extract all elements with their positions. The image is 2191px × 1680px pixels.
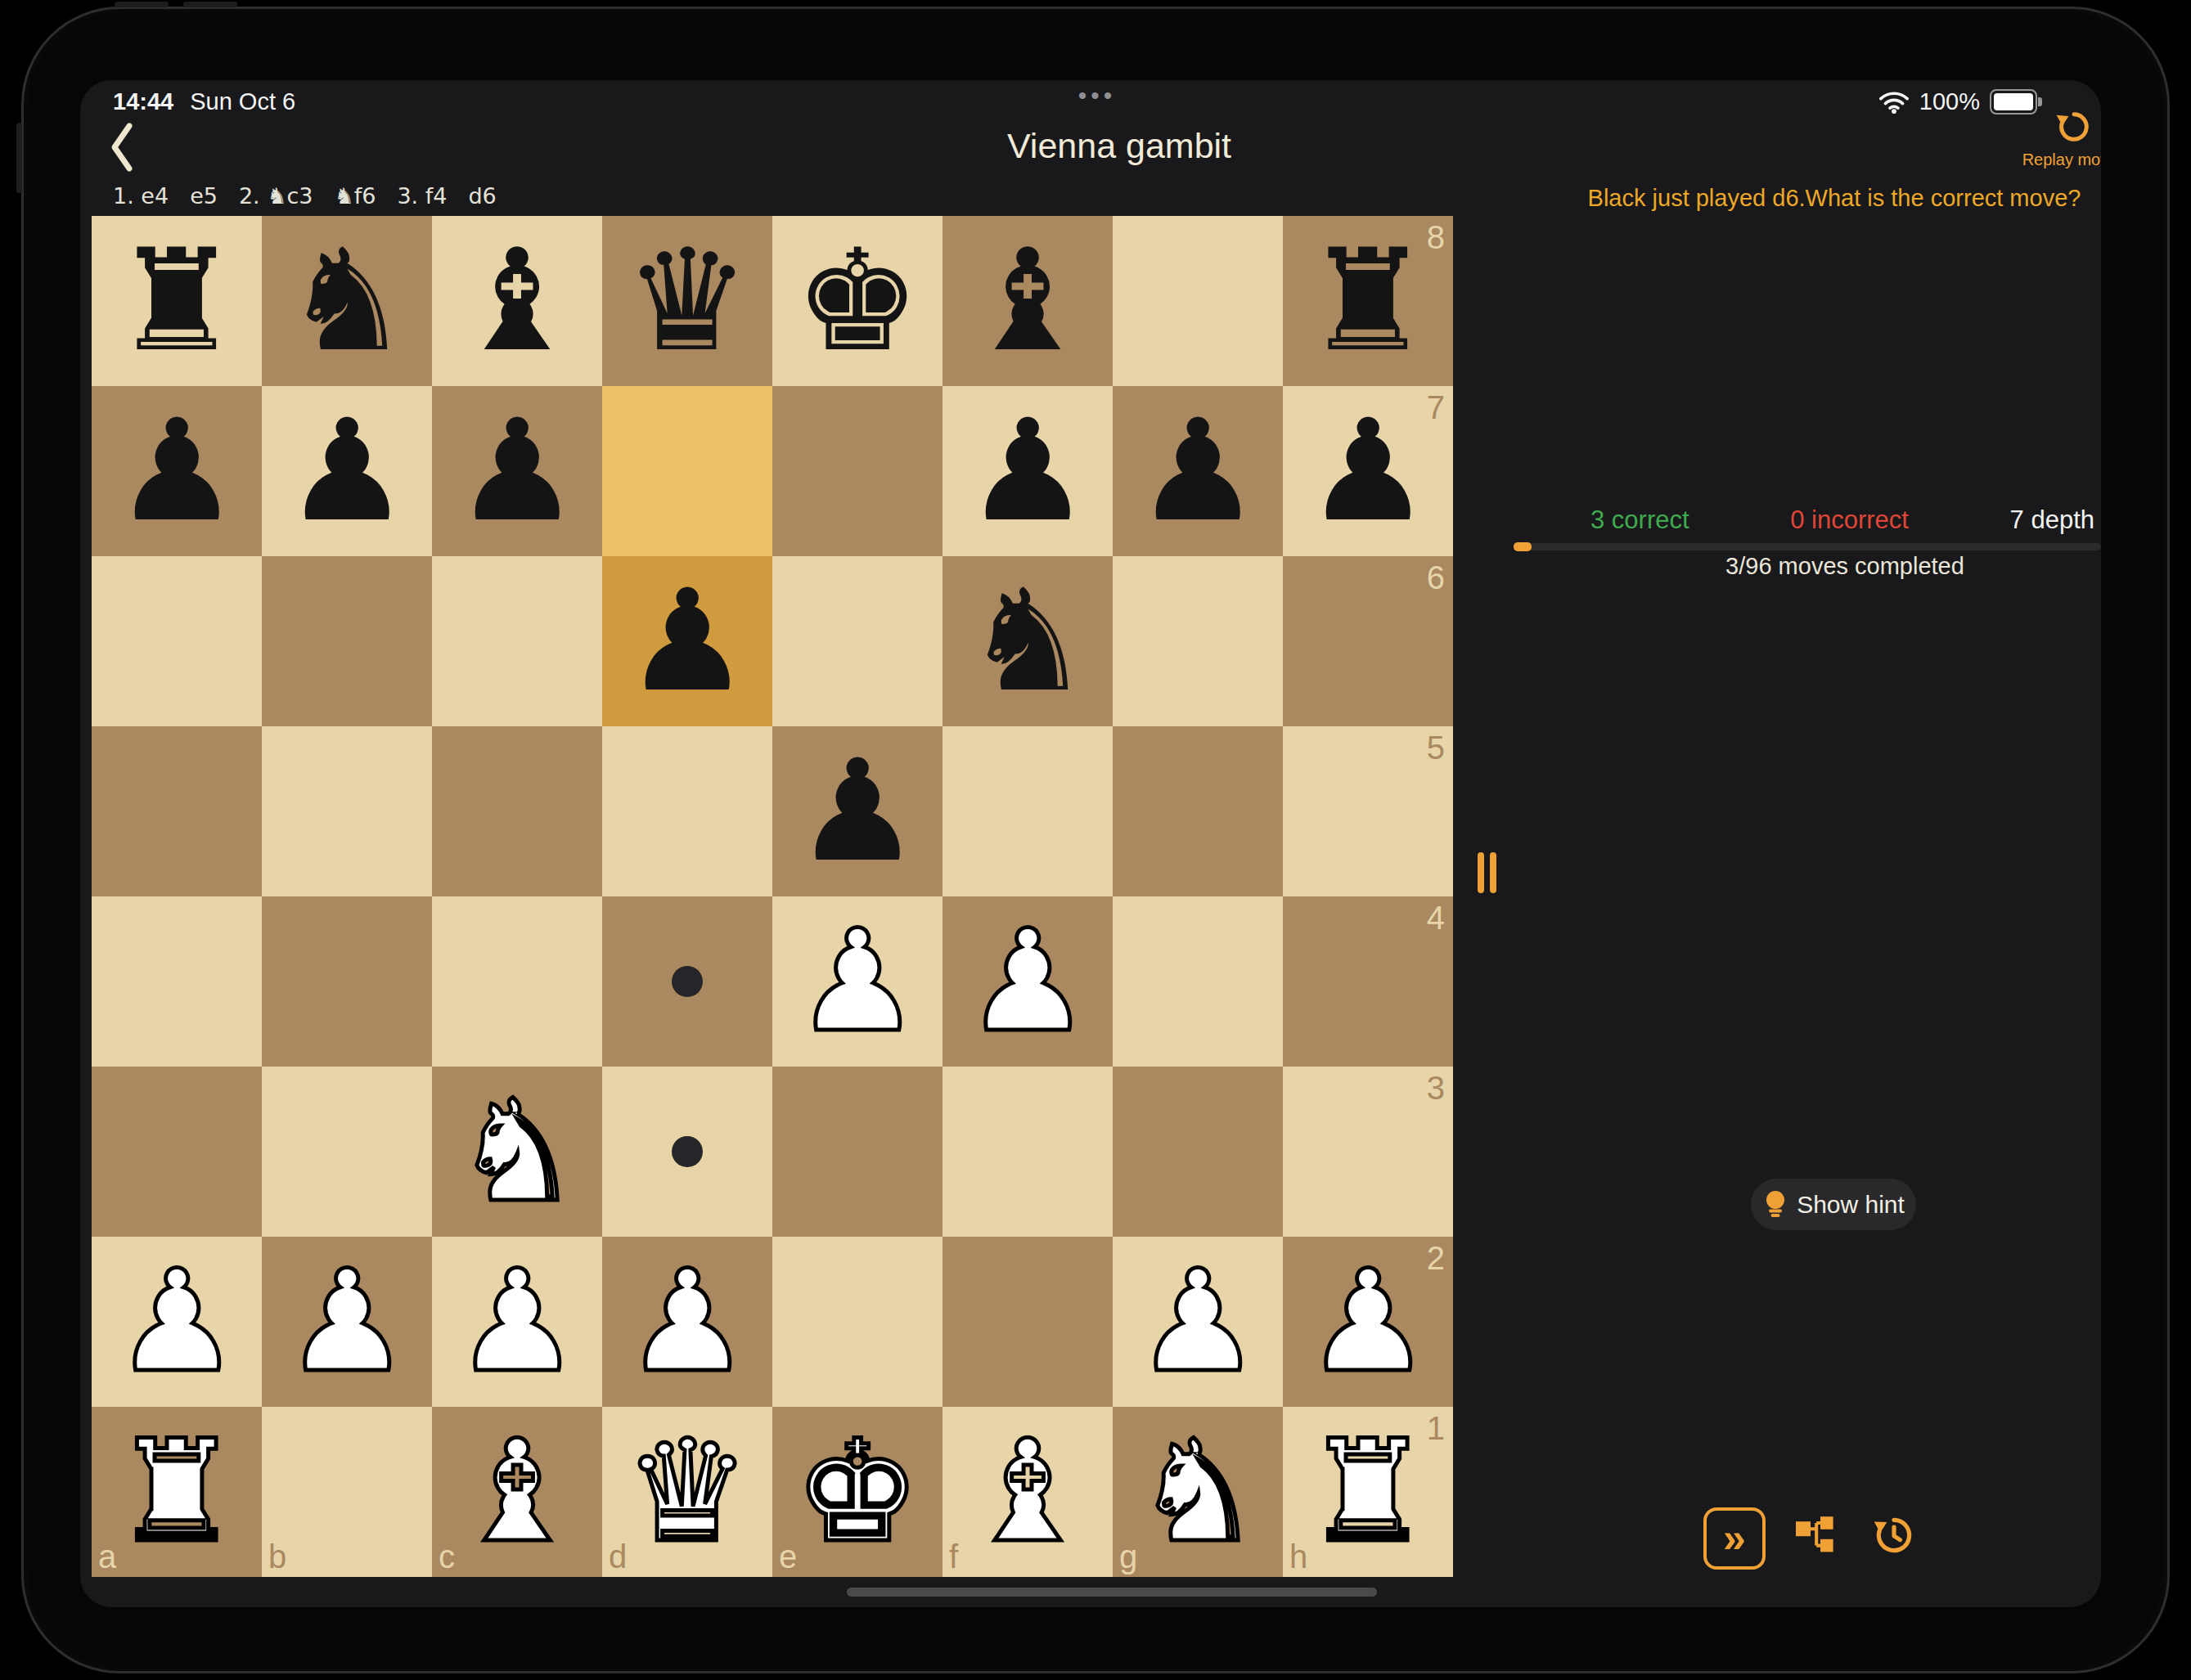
square-f8[interactable]: ♝ <box>943 216 1113 386</box>
multitasking-dots-icon[interactable]: ••• <box>1078 82 1117 110</box>
square-g1[interactable]: g♞ <box>1113 1407 1283 1577</box>
home-indicator[interactable] <box>847 1588 1377 1597</box>
square-h6[interactable]: 6 <box>1283 556 1453 726</box>
square-e7[interactable] <box>772 386 943 556</box>
square-b6[interactable] <box>262 556 432 726</box>
square-c1[interactable]: c♝ <box>432 1407 602 1577</box>
square-g3[interactable] <box>1113 1067 1283 1237</box>
status-bar-left: 14:44 Sun Oct 6 <box>113 88 295 115</box>
square-b5[interactable] <box>262 726 432 896</box>
square-b8[interactable]: ♞ <box>262 216 432 386</box>
square-b3[interactable] <box>262 1067 432 1237</box>
white-pawn: ♟ <box>602 1237 772 1407</box>
square-a7[interactable]: ♟ <box>92 386 262 556</box>
square-c8[interactable]: ♝ <box>432 216 602 386</box>
square-e1[interactable]: e♚ <box>772 1407 943 1577</box>
screenshot-stage: 14:44 Sun Oct 6 ••• 100% Vienna gambit <box>0 0 2191 1680</box>
trainer-question: Black just played d6.What is the correct… <box>1588 185 2081 212</box>
white-rook: ♜ <box>92 1407 262 1577</box>
white-queen: ♛ <box>602 1407 772 1577</box>
square-e6[interactable] <box>772 556 943 726</box>
square-h7[interactable]: 7♟ <box>1283 386 1453 556</box>
black-pawn: ♟ <box>943 386 1113 556</box>
volume-up-button <box>115 2 169 7</box>
chevron-left-icon <box>108 121 136 173</box>
square-a6[interactable] <box>92 556 262 726</box>
square-g4[interactable] <box>1113 896 1283 1067</box>
square-f1[interactable]: f♝ <box>943 1407 1113 1577</box>
square-d1[interactable]: d♛ <box>602 1407 772 1577</box>
top-button <box>16 123 22 193</box>
black-rook: ♜ <box>92 216 262 386</box>
history-button[interactable] <box>1872 1514 1916 1560</box>
move-entry: e5 <box>190 183 218 209</box>
move-entry: 3. f4 <box>397 183 447 209</box>
page-title: Vienna gambit <box>1007 126 1231 166</box>
file-label: b <box>268 1539 286 1575</box>
square-a5[interactable] <box>92 726 262 896</box>
back-button[interactable] <box>108 121 136 173</box>
rank-label: 3 <box>1427 1070 1445 1107</box>
stats-row: 3 correct 0 incorrect 7 depth <box>1590 505 2094 535</box>
white-pawn: ♟ <box>943 896 1113 1067</box>
square-a1[interactable]: a♜ <box>92 1407 262 1577</box>
square-d4[interactable] <box>602 896 772 1067</box>
black-pawn: ♟ <box>1283 386 1453 556</box>
black-pawn: ♟ <box>1113 386 1283 556</box>
white-pawn: ♟ <box>1113 1237 1283 1407</box>
replay-label: Replay moves <box>1992 150 2101 169</box>
square-h8[interactable]: 8♜ <box>1283 216 1453 386</box>
legal-move-dot <box>672 966 703 997</box>
square-h2[interactable]: 2♟ <box>1283 1237 1453 1407</box>
white-bishop: ♝ <box>943 1407 1113 1577</box>
move-entry: ♞f6 <box>335 183 376 209</box>
square-f3[interactable] <box>943 1067 1113 1237</box>
move-list: 1. e4e52. ♞c3♞f63. f4d6 <box>113 183 497 209</box>
move-entry: d6 <box>468 183 496 209</box>
move-entry: 1. e4 <box>113 183 169 209</box>
progress-label: 3/96 moves completed <box>1725 553 1964 580</box>
show-hint-button[interactable]: Show hint <box>1751 1179 1916 1230</box>
date: Sun Oct 6 <box>190 88 295 115</box>
square-e5[interactable]: ♟ <box>772 726 943 896</box>
square-a2[interactable]: ♟ <box>92 1237 262 1407</box>
black-knight: ♞ <box>943 556 1113 726</box>
rank-label: 4 <box>1427 900 1445 937</box>
white-pawn: ♟ <box>1283 1237 1453 1407</box>
rank-label: 6 <box>1427 559 1445 596</box>
square-g7[interactable]: ♟ <box>1113 386 1283 556</box>
square-d3[interactable] <box>602 1067 772 1237</box>
square-b4[interactable] <box>262 896 432 1067</box>
white-knight: ♞ <box>432 1067 602 1237</box>
depth-value: 7 depth <box>2010 505 2094 535</box>
white-pawn: ♟ <box>432 1237 602 1407</box>
replay-icon <box>2055 108 2093 146</box>
square-h1[interactable]: 1h♜ <box>1283 1407 1453 1577</box>
white-rook: ♜ <box>1283 1407 1453 1577</box>
square-c3[interactable]: ♞ <box>432 1067 602 1237</box>
black-bishop: ♝ <box>432 216 602 386</box>
square-d5[interactable] <box>602 726 772 896</box>
black-knight: ♞ <box>262 216 432 386</box>
square-a8[interactable]: ♜ <box>92 216 262 386</box>
rank-label: 5 <box>1427 730 1445 766</box>
square-g8[interactable] <box>1113 216 1283 386</box>
square-g2[interactable]: ♟ <box>1113 1237 1283 1407</box>
white-pawn: ♟ <box>92 1237 262 1407</box>
progress-bar <box>1514 543 2101 550</box>
black-bishop: ♝ <box>943 216 1113 386</box>
chess-board: ♜♞♝♛♚♝8♜♟♟♟♟♟7♟♟♞6♟5♟♟4♞3♟♟♟♟♟2♟a♜bc♝d♛e… <box>92 216 1453 1577</box>
pause-icon <box>1478 852 1484 893</box>
square-f2[interactable] <box>943 1237 1113 1407</box>
show-hint-label: Show hint <box>1797 1191 1905 1219</box>
square-f7[interactable]: ♟ <box>943 386 1113 556</box>
fast-forward-button[interactable]: » <box>1703 1507 1766 1570</box>
square-f4[interactable]: ♟ <box>943 896 1113 1067</box>
square-b1[interactable]: b <box>262 1407 432 1577</box>
square-b2[interactable]: ♟ <box>262 1237 432 1407</box>
square-d6[interactable]: ♟ <box>602 556 772 726</box>
clock: 14:44 <box>113 88 173 115</box>
black-pawn: ♟ <box>262 386 432 556</box>
volume-down-button <box>183 2 237 7</box>
black-rook: ♜ <box>1283 216 1453 386</box>
lightbulb-icon <box>1762 1190 1788 1220</box>
square-h5[interactable]: 5 <box>1283 726 1453 896</box>
square-d2[interactable]: ♟ <box>602 1237 772 1407</box>
square-c5[interactable] <box>432 726 602 896</box>
square-a3[interactable] <box>92 1067 262 1237</box>
variation-tree-icon <box>1796 1516 1835 1554</box>
square-b7[interactable]: ♟ <box>262 386 432 556</box>
square-e2[interactable] <box>772 1237 943 1407</box>
square-f6[interactable]: ♞ <box>943 556 1113 726</box>
incorrect-count: 0 incorrect <box>1790 505 1909 535</box>
white-bishop: ♝ <box>432 1407 602 1577</box>
app-screen: 14:44 Sun Oct 6 ••• 100% Vienna gambit <box>80 80 2101 1607</box>
replay-moves-button[interactable]: Replay moves <box>1992 108 2101 169</box>
square-e4[interactable]: ♟ <box>772 896 943 1067</box>
progress-fill <box>1514 542 1532 551</box>
wifi-icon <box>1878 91 1910 114</box>
square-e3[interactable] <box>772 1067 943 1237</box>
square-f5[interactable] <box>943 726 1113 896</box>
square-g5[interactable] <box>1113 726 1283 896</box>
history-clock-icon <box>1872 1514 1916 1556</box>
square-c6[interactable] <box>432 556 602 726</box>
square-c7[interactable]: ♟ <box>432 386 602 556</box>
white-knight: ♞ <box>1113 1407 1283 1577</box>
square-g6[interactable] <box>1113 556 1283 726</box>
square-d7[interactable] <box>602 386 772 556</box>
black-king: ♚ <box>772 216 943 386</box>
square-e8[interactable]: ♚ <box>772 216 943 386</box>
square-h4[interactable]: 4 <box>1283 896 1453 1067</box>
black-pawn: ♟ <box>602 556 772 726</box>
correct-count: 3 correct <box>1590 505 1689 535</box>
square-c2[interactable]: ♟ <box>432 1237 602 1407</box>
square-h3[interactable]: 3 <box>1283 1067 1453 1237</box>
legal-move-dot <box>672 1136 703 1167</box>
pause-button[interactable] <box>1476 852 1504 896</box>
white-king: ♚ <box>772 1407 943 1577</box>
black-pawn: ♟ <box>92 386 262 556</box>
white-pawn: ♟ <box>772 896 943 1067</box>
pause-icon <box>1490 852 1496 893</box>
black-pawn: ♟ <box>432 386 602 556</box>
white-pawn: ♟ <box>262 1237 432 1407</box>
variation-tree-button[interactable] <box>1796 1516 1835 1557</box>
black-queen: ♛ <box>602 216 772 386</box>
battery-percent: 100% <box>1919 88 1980 115</box>
square-a4[interactable] <box>92 896 262 1067</box>
move-entry: 2. ♞c3 <box>239 183 313 209</box>
square-d8[interactable]: ♛ <box>602 216 772 386</box>
square-c4[interactable] <box>432 896 602 1067</box>
black-pawn: ♟ <box>772 726 943 896</box>
